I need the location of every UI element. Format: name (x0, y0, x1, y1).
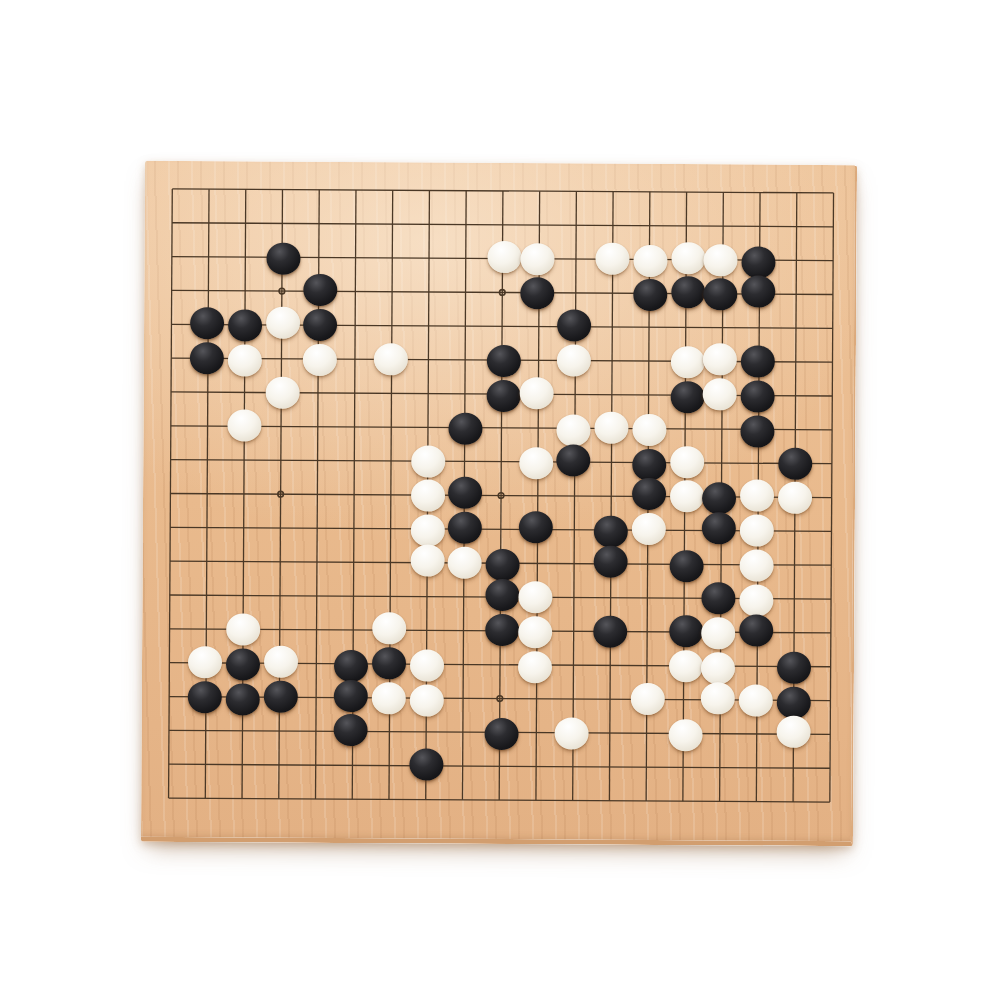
intersection-l14 (520, 343, 557, 377)
intersection-j11 (446, 444, 483, 478)
intersection-p9 (666, 513, 703, 547)
intersection-j13 (446, 377, 483, 411)
white-stone-q14 (703, 343, 737, 375)
intersection-j7 (445, 580, 482, 614)
intersection-h19 (411, 173, 448, 207)
black-stone-c5 (226, 648, 260, 680)
intersection-o8 (629, 547, 666, 581)
intersection-d9 (262, 511, 299, 545)
intersection-p19 (668, 175, 705, 209)
intersection-h9 (409, 512, 446, 546)
black-stone-r12 (740, 415, 774, 447)
intersection-o6 (629, 615, 666, 649)
intersection-f7 (335, 579, 372, 613)
intersection-h7 (408, 580, 445, 614)
intersection-e5 (298, 647, 335, 681)
intersection-a2 (150, 747, 187, 781)
intersection-g19 (374, 173, 411, 207)
intersection-c16 (227, 274, 264, 308)
intersection-a6 (151, 612, 188, 646)
intersection-s13 (777, 379, 814, 413)
intersection-n7 (592, 581, 629, 615)
intersection-q6 (702, 615, 739, 649)
intersection-d18 (264, 206, 301, 240)
intersection-g2 (371, 749, 408, 783)
intersection-r17 (741, 243, 778, 277)
intersection-m19 (558, 174, 595, 208)
white-stone-r8 (740, 550, 774, 582)
intersection-m10 (556, 479, 593, 513)
black-stone-n9 (594, 516, 628, 548)
intersection-s9 (776, 514, 813, 548)
intersection-p17 (668, 243, 705, 277)
black-stone-j9 (448, 512, 482, 544)
intersection-b6 (188, 612, 225, 646)
go-board (141, 161, 857, 846)
intersection-e13 (300, 376, 337, 410)
intersection-c18 (227, 206, 264, 240)
board-grid-area (150, 172, 852, 819)
black-stone-s11 (778, 447, 812, 479)
intersection-c11 (226, 443, 263, 477)
intersection-k9 (482, 512, 519, 546)
intersection-f11 (336, 444, 373, 478)
intersection-l5 (518, 648, 555, 682)
intersection-p16 (667, 277, 704, 311)
intersection-d14 (263, 342, 300, 376)
intersection-m3 (555, 716, 592, 750)
black-stone-f4 (334, 680, 368, 712)
intersection-s19 (778, 176, 815, 210)
intersection-b13 (189, 375, 226, 409)
black-stone-m11 (557, 444, 591, 476)
intersection-e12 (299, 410, 336, 444)
intersection-n16 (594, 276, 631, 310)
intersection-e16 (300, 274, 337, 308)
white-stone-n12 (595, 411, 629, 443)
intersection-m9 (556, 513, 593, 547)
intersection-k16 (484, 275, 521, 309)
intersection-h14 (410, 343, 447, 377)
intersection-n5 (592, 648, 629, 682)
intersection-a13 (153, 375, 190, 409)
intersection-p18 (668, 209, 705, 243)
intersection-j16 (447, 275, 484, 309)
intersection-r4 (738, 683, 775, 717)
intersection-a17 (153, 240, 190, 274)
intersection-s11 (777, 446, 814, 480)
black-stone-r6 (739, 614, 773, 646)
intersection-d5 (261, 646, 298, 680)
intersection-p14 (667, 344, 704, 378)
white-stone-e14 (303, 344, 337, 376)
black-stone-p16 (671, 276, 705, 308)
intersection-g18 (374, 207, 411, 241)
intersection-s8 (776, 548, 813, 582)
intersection-q5 (702, 649, 739, 683)
intersection-p6 (665, 615, 702, 649)
white-stone-g4 (371, 682, 405, 714)
intersection-r9 (740, 514, 777, 548)
intersection-c14 (226, 342, 263, 376)
black-stone-o16 (633, 279, 667, 311)
intersection-a19 (154, 172, 191, 206)
white-stone-m12 (557, 414, 591, 446)
intersection-t13 (814, 379, 851, 413)
intersection-a12 (152, 409, 189, 443)
black-stone-l9 (518, 511, 552, 543)
intersection-o11 (630, 446, 667, 480)
black-stone-k8 (486, 549, 520, 581)
black-stone-n6 (593, 615, 627, 647)
intersection-m12 (556, 411, 593, 445)
intersection-a10 (152, 476, 189, 510)
black-stone-e16 (303, 274, 337, 306)
white-stone-r9 (740, 515, 774, 547)
intersection-o17 (631, 242, 668, 276)
intersection-k14 (483, 343, 520, 377)
white-stone-k17 (487, 241, 521, 273)
intersection-n17 (594, 242, 631, 276)
intersection-q1 (701, 784, 738, 818)
intersection-f2 (334, 748, 371, 782)
intersection-f14 (336, 342, 373, 376)
intersection-p12 (667, 412, 704, 446)
intersection-h3 (408, 715, 445, 749)
intersection-m16 (557, 276, 594, 310)
intersection-k4 (481, 682, 518, 716)
intersection-n6 (592, 615, 629, 649)
intersection-n10 (593, 479, 630, 513)
white-stone-o9 (632, 513, 666, 545)
black-stone-o10 (632, 478, 666, 510)
intersection-r15 (741, 311, 778, 345)
intersection-h11 (409, 444, 446, 478)
intersection-h4 (408, 681, 445, 715)
intersection-r5 (739, 649, 776, 683)
intersection-j18 (447, 208, 484, 242)
intersection-n18 (594, 208, 631, 242)
intersection-b17 (190, 240, 227, 274)
intersection-f10 (336, 478, 373, 512)
white-stone-d5 (263, 645, 297, 677)
intersection-d4 (261, 680, 298, 714)
intersection-j8 (445, 546, 482, 580)
intersection-t9 (813, 514, 850, 548)
white-stone-h4 (409, 684, 443, 716)
intersection-e18 (301, 207, 338, 241)
intersection-o16 (631, 276, 668, 310)
intersection-b15 (190, 307, 227, 341)
intersection-p10 (666, 480, 703, 514)
intersection-f16 (337, 275, 374, 309)
intersection-c1 (224, 781, 261, 815)
intersection-t19 (815, 176, 852, 210)
intersection-t18 (815, 210, 852, 244)
white-stone-j8 (448, 547, 482, 579)
white-stone-o17 (633, 244, 667, 276)
white-stone-l17 (520, 243, 554, 275)
intersection-c8 (225, 545, 262, 579)
intersection-q19 (705, 175, 742, 209)
black-stone-r16 (741, 276, 775, 308)
intersection-f8 (335, 545, 372, 579)
intersection-g12 (373, 410, 410, 444)
intersection-c6 (225, 612, 262, 646)
intersection-j10 (446, 478, 483, 512)
intersection-j14 (447, 343, 484, 377)
white-stone-q17 (704, 244, 738, 276)
intersection-n4 (592, 682, 629, 716)
intersection-k8 (482, 546, 519, 580)
intersection-g4 (371, 681, 408, 715)
black-stone-p13 (670, 381, 704, 413)
intersection-m14 (557, 344, 594, 378)
intersection-c2 (224, 748, 261, 782)
intersection-b14 (190, 341, 227, 375)
intersection-b11 (189, 443, 226, 477)
intersection-k5 (482, 648, 519, 682)
intersection-r10 (740, 480, 777, 514)
black-stone-f3 (334, 714, 368, 746)
white-stone-q4 (701, 682, 735, 714)
intersection-t1 (811, 785, 848, 819)
intersection-t8 (813, 548, 850, 582)
intersection-s10 (776, 480, 813, 514)
intersection-l12 (520, 411, 557, 445)
intersection-g3 (371, 715, 408, 749)
intersection-d8 (262, 545, 299, 579)
white-stone-q6 (702, 617, 736, 649)
intersection-b19 (191, 172, 228, 206)
intersection-k1 (481, 783, 518, 817)
intersection-c12 (226, 409, 263, 443)
intersection-a7 (151, 578, 188, 612)
intersection-l1 (517, 783, 554, 817)
intersection-o10 (630, 479, 667, 513)
white-stone-h11 (411, 445, 445, 477)
intersection-g16 (374, 275, 411, 309)
black-stone-k7 (485, 579, 519, 611)
white-stone-l6 (518, 616, 552, 648)
intersection-p1 (664, 784, 701, 818)
white-stone-p14 (670, 346, 704, 378)
intersection-b7 (188, 578, 225, 612)
intersection-a8 (152, 544, 189, 578)
intersection-q9 (703, 514, 740, 548)
intersection-r13 (740, 379, 777, 413)
white-stone-l11 (519, 447, 553, 479)
black-stone-p8 (669, 550, 703, 582)
intersection-a1 (150, 781, 187, 815)
intersection-f13 (336, 376, 373, 410)
intersection-b8 (188, 544, 225, 578)
intersection-h16 (410, 275, 447, 309)
intersection-g11 (373, 444, 410, 478)
intersection-e4 (298, 680, 335, 714)
white-stone-m3 (555, 718, 589, 750)
white-stone-o12 (632, 414, 666, 446)
intersection-o13 (630, 378, 667, 412)
intersection-s16 (778, 277, 815, 311)
intersection-l10 (519, 479, 556, 513)
intersection-c9 (225, 511, 262, 545)
black-stone-j12 (449, 413, 483, 445)
intersection-d2 (260, 748, 297, 782)
black-stone-c15 (228, 310, 262, 342)
intersection-k18 (484, 208, 521, 242)
intersection-f9 (335, 511, 372, 545)
intersection-o9 (629, 513, 666, 547)
intersection-j2 (444, 749, 481, 783)
intersection-d6 (261, 612, 298, 646)
intersection-s7 (776, 582, 813, 616)
intersection-s3 (775, 717, 812, 751)
intersection-n13 (593, 378, 630, 412)
black-stone-o11 (632, 448, 666, 480)
white-stone-d15 (266, 307, 300, 339)
intersection-l7 (519, 580, 556, 614)
intersection-f5 (335, 647, 372, 681)
black-stone-q10 (702, 483, 736, 515)
black-stone-k14 (487, 345, 521, 377)
intersection-b12 (189, 409, 226, 443)
white-stone-d13 (265, 377, 299, 409)
intersection-r18 (741, 209, 778, 243)
intersection-q11 (703, 446, 740, 480)
intersection-g1 (370, 782, 407, 816)
white-stone-q13 (703, 378, 737, 410)
white-stone-h10 (410, 480, 444, 512)
intersection-a15 (153, 307, 190, 341)
white-stone-p10 (670, 481, 704, 513)
intersection-s15 (777, 311, 814, 345)
intersection-n9 (593, 513, 630, 547)
intersection-h8 (409, 546, 446, 580)
intersection-k15 (484, 309, 521, 343)
white-stone-r4 (739, 684, 773, 716)
intersection-m4 (555, 682, 592, 716)
intersection-m1 (554, 783, 591, 817)
intersection-t4 (812, 684, 849, 718)
intersection-j12 (446, 411, 483, 445)
intersection-h15 (410, 309, 447, 343)
intersection-g6 (372, 613, 409, 647)
black-stone-r13 (741, 380, 775, 412)
intersection-d17 (264, 240, 301, 274)
intersection-o18 (631, 209, 668, 243)
intersection-b16 (190, 274, 227, 308)
black-stone-e15 (303, 309, 337, 341)
intersection-m13 (557, 377, 594, 411)
intersection-d16 (263, 274, 300, 308)
black-stone-s4 (777, 686, 811, 718)
intersection-d7 (262, 579, 299, 613)
black-stone-c4 (226, 683, 260, 715)
intersection-m7 (555, 580, 592, 614)
intersection-q17 (704, 243, 741, 277)
intersection-t10 (813, 480, 850, 514)
black-stone-b14 (190, 342, 224, 374)
intersection-e6 (298, 613, 335, 647)
intersection-t5 (812, 650, 849, 684)
intersection-k2 (481, 749, 518, 783)
black-stone-q16 (704, 279, 738, 311)
intersection-j6 (445, 614, 482, 648)
intersection-h12 (410, 410, 447, 444)
intersection-l3 (518, 716, 555, 750)
intersection-m2 (554, 750, 591, 784)
intersection-grid (150, 172, 852, 819)
intersection-n3 (591, 716, 628, 750)
intersection-l13 (520, 377, 557, 411)
intersection-m6 (555, 614, 592, 648)
intersection-t7 (813, 582, 850, 616)
intersection-c19 (227, 172, 264, 206)
intersection-n2 (591, 750, 628, 784)
black-stone-h2 (409, 749, 443, 781)
intersection-b4 (187, 680, 224, 714)
black-stone-k3 (484, 718, 518, 750)
intersection-a3 (151, 713, 188, 747)
intersection-e3 (297, 714, 334, 748)
intersection-p13 (667, 378, 704, 412)
intersection-a5 (151, 646, 188, 680)
black-stone-m15 (557, 310, 591, 342)
intersection-q2 (701, 751, 738, 785)
intersection-q4 (702, 683, 739, 717)
intersection-s4 (775, 683, 812, 717)
intersection-q13 (704, 378, 741, 412)
intersection-g7 (372, 579, 409, 613)
intersection-r8 (739, 548, 776, 582)
intersection-o19 (631, 175, 668, 209)
intersection-q8 (703, 547, 740, 581)
intersection-f1 (334, 782, 371, 816)
intersection-l6 (518, 614, 555, 648)
white-stone-c12 (227, 409, 261, 441)
intersection-l19 (521, 174, 558, 208)
black-stone-j10 (448, 477, 482, 509)
intersection-f17 (337, 241, 374, 275)
white-stone-p5 (669, 650, 703, 682)
intersection-m5 (555, 648, 592, 682)
intersection-n11 (593, 445, 630, 479)
white-stone-m14 (557, 344, 591, 376)
intersection-k3 (481, 715, 518, 749)
white-stone-g6 (372, 612, 406, 644)
intersection-f3 (334, 714, 371, 748)
black-stone-g5 (372, 647, 406, 679)
intersection-f18 (337, 207, 374, 241)
intersection-p8 (666, 547, 703, 581)
intersection-m15 (557, 310, 594, 344)
intersection-e11 (299, 444, 336, 478)
white-stone-h5 (409, 649, 443, 681)
intersection-h5 (408, 647, 445, 681)
intersection-t2 (812, 751, 849, 785)
intersection-c17 (227, 240, 264, 274)
intersection-q12 (703, 412, 740, 446)
white-stone-h9 (410, 515, 444, 547)
intersection-e19 (301, 173, 338, 207)
intersection-p11 (666, 446, 703, 480)
intersection-k6 (482, 614, 519, 648)
intersection-o12 (630, 412, 667, 446)
intersection-h18 (411, 207, 448, 241)
intersection-l8 (519, 546, 556, 580)
intersection-e14 (300, 342, 337, 376)
